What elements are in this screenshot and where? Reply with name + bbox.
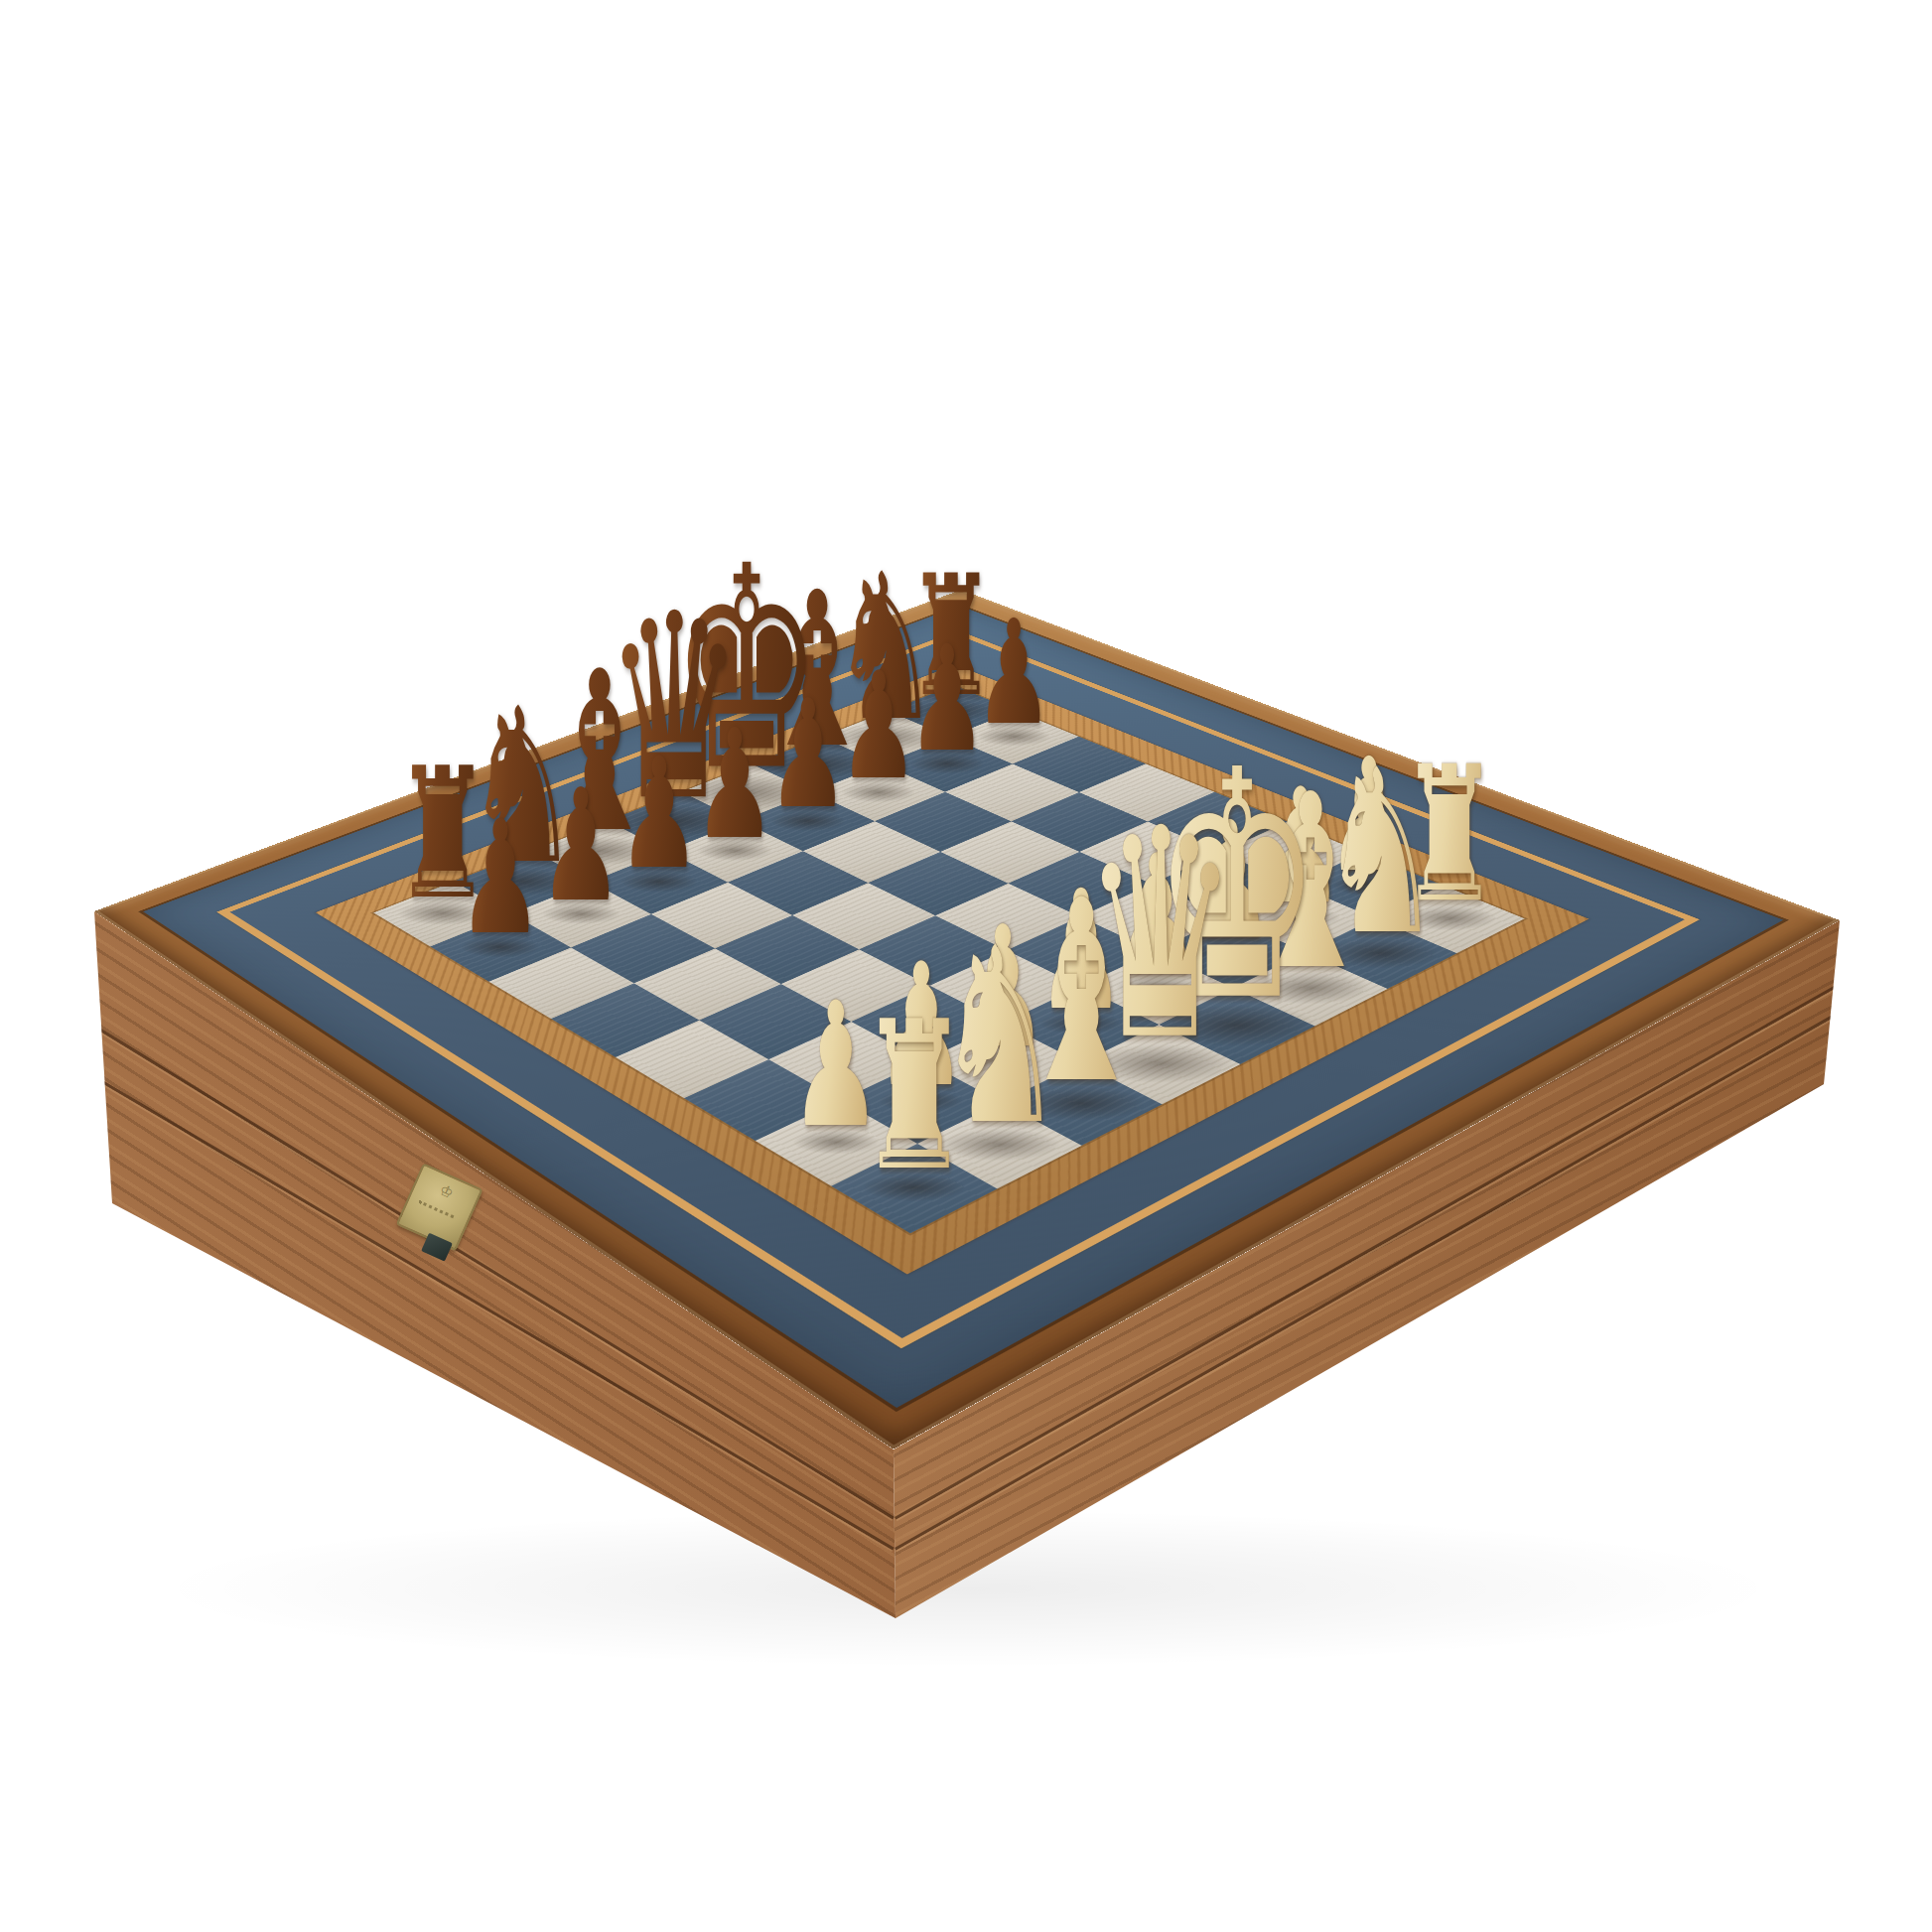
piece-shadow [541, 903, 621, 925]
piece-shadow [909, 754, 986, 774]
piece-shadow [395, 900, 489, 926]
piece-shadow [1327, 874, 1409, 896]
piece-shadow [608, 803, 741, 839]
piece-shadow [861, 1173, 968, 1201]
piece-shadow [959, 1050, 1046, 1074]
piece-shadow [460, 936, 541, 958]
piece-shadow [1248, 972, 1373, 1006]
piece-shadow [840, 781, 916, 802]
piece-shadow [620, 872, 699, 894]
product-photo-canvas: ♔ ♜♞♝♛♚♝♞♜♟♟♟♟♟♟♟♟♟♟♟♟♟♟♟♟♜♞♝♛♚♝♞♜ [0, 0, 1932, 1932]
piece-shadow [769, 810, 847, 831]
piece-shadow [1114, 976, 1198, 999]
piece-shadow [1188, 940, 1272, 963]
piece-shadow [542, 835, 657, 866]
piece-shadow [1155, 1003, 1318, 1046]
piece-shadow [1085, 1043, 1236, 1084]
piece-shadow [877, 1089, 965, 1113]
piece-shadow [1322, 937, 1441, 969]
piece-shadow [467, 867, 578, 897]
piece-shadow [1401, 905, 1498, 931]
